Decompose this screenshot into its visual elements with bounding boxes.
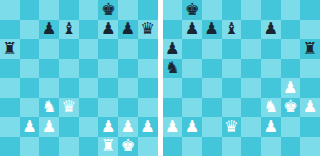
square-b7: [20, 20, 40, 40]
square-a6: ♜: [0, 39, 20, 59]
square-b1: [182, 137, 202, 157]
square-d7: ♝: [222, 20, 242, 40]
black-pawn-piece: ♟: [101, 21, 116, 38]
square-a8: [0, 0, 20, 20]
black-king-piece: ♚: [185, 1, 200, 18]
white-knight-piece: ♞: [42, 99, 57, 116]
white-pawn-piece: ♟: [22, 118, 37, 135]
square-e2: [79, 117, 99, 137]
square-h3: ♟: [300, 98, 320, 118]
white-pawn-piece: ♟: [165, 118, 180, 135]
white-queen-piece: ♛: [224, 118, 239, 135]
square-e8: [241, 0, 261, 20]
square-g8: [118, 0, 138, 20]
black-rook-piece: ♜: [2, 40, 17, 57]
square-d3: [222, 98, 242, 118]
chess-board-right[interactable]: ♚♟♟♝♟♟♜♞♟♞♚♟♟♟♛♟: [163, 0, 320, 156]
square-c5: [202, 59, 222, 79]
square-a3: [163, 98, 183, 118]
square-f7: ♟: [261, 20, 281, 40]
square-e1: [241, 137, 261, 157]
black-knight-piece: ♞: [165, 60, 180, 77]
square-a4: [163, 78, 183, 98]
square-b5: [182, 59, 202, 79]
square-e1: [79, 137, 99, 157]
square-a2: [0, 117, 20, 137]
white-pawn-piece: ♟: [121, 118, 136, 135]
square-f2: ♟: [98, 117, 118, 137]
white-rook-piece: ♜: [101, 138, 116, 155]
square-f7: ♟: [98, 20, 118, 40]
square-g5: [118, 59, 138, 79]
square-c2: [202, 117, 222, 137]
square-g2: [281, 117, 301, 137]
black-pawn-piece: ♟: [185, 21, 200, 38]
black-queen-piece: ♛: [140, 21, 155, 38]
white-king-piece: ♚: [283, 99, 298, 116]
square-d4: [59, 78, 79, 98]
square-c7: ♟: [202, 20, 222, 40]
square-b2: ♟: [182, 117, 202, 137]
square-f5: [261, 59, 281, 79]
square-c6: [202, 39, 222, 59]
square-d2: ♛: [222, 117, 242, 137]
square-b4: [20, 78, 40, 98]
square-e3: [241, 98, 261, 118]
square-d5: [59, 59, 79, 79]
white-pawn-piece: ♟: [185, 118, 200, 135]
square-d5: [222, 59, 242, 79]
square-f1: [261, 137, 281, 157]
square-g6: [118, 39, 138, 59]
square-g1: [281, 137, 301, 157]
square-f6: [261, 39, 281, 59]
square-d2: [59, 117, 79, 137]
white-king-piece: ♚: [121, 138, 136, 155]
chess-boards-container: ♚♟♝♟♟♛♜♞♛♟♟♟♟♟♜♚ ♚♟♟♝♟♟♜♞♟♞♚♟♟♟♛♟: [0, 0, 320, 156]
square-e8: [79, 0, 99, 20]
square-b7: ♟: [182, 20, 202, 40]
square-g1: ♚: [118, 137, 138, 157]
square-d8: [59, 0, 79, 20]
square-g4: [118, 78, 138, 98]
black-rook-piece: ♜: [303, 40, 318, 57]
square-h5: [138, 59, 158, 79]
square-b5: [20, 59, 40, 79]
black-pawn-piece: ♟: [121, 21, 136, 38]
white-pawn-piece: ♟: [263, 118, 278, 135]
square-c8: [39, 0, 59, 20]
square-g2: ♟: [118, 117, 138, 137]
square-f1: ♜: [98, 137, 118, 157]
square-a2: ♟: [163, 117, 183, 137]
square-f6: [98, 39, 118, 59]
chess-board-left[interactable]: ♚♟♝♟♟♛♜♞♛♟♟♟♟♟♜♚: [0, 0, 158, 156]
square-c5: [39, 59, 59, 79]
black-bishop-piece: ♝: [62, 21, 77, 38]
square-c1: [202, 137, 222, 157]
square-g6: [281, 39, 301, 59]
square-e2: [241, 117, 261, 137]
square-b3: [20, 98, 40, 118]
square-b1: [20, 137, 40, 157]
black-pawn-piece: ♟: [42, 21, 57, 38]
square-b8: [20, 0, 40, 20]
square-e3: [79, 98, 99, 118]
square-b8: ♚: [182, 0, 202, 20]
square-f5: [98, 59, 118, 79]
square-f3: [98, 98, 118, 118]
square-c2: ♟: [39, 117, 59, 137]
square-e7: [79, 20, 99, 40]
white-queen-piece: ♛: [62, 99, 77, 116]
white-pawn-piece: ♟: [101, 118, 116, 135]
square-e6: [241, 39, 261, 59]
black-pawn-piece: ♟: [165, 40, 180, 57]
square-d4: [222, 78, 242, 98]
square-h1: [138, 137, 158, 157]
square-e7: [241, 20, 261, 40]
square-e5: [79, 59, 99, 79]
white-pawn-piece: ♟: [303, 99, 318, 116]
square-b4: [182, 78, 202, 98]
square-h4: [300, 78, 320, 98]
square-h8: [300, 0, 320, 20]
square-c7: ♟: [39, 20, 59, 40]
square-b6: [182, 39, 202, 59]
square-h7: ♛: [138, 20, 158, 40]
square-g3: ♚: [281, 98, 301, 118]
square-d8: [222, 0, 242, 20]
square-a5: ♞: [163, 59, 183, 79]
square-g7: ♟: [118, 20, 138, 40]
white-knight-piece: ♞: [263, 99, 278, 116]
square-c8: [202, 0, 222, 20]
square-h2: ♟: [138, 117, 158, 137]
black-king-piece: ♚: [101, 1, 116, 18]
square-c4: [39, 78, 59, 98]
square-c4: [202, 78, 222, 98]
square-e6: [79, 39, 99, 59]
square-d6: [222, 39, 242, 59]
square-h4: [138, 78, 158, 98]
square-b3: [182, 98, 202, 118]
square-a1: [163, 137, 183, 157]
square-h8: [138, 0, 158, 20]
square-c3: ♞: [39, 98, 59, 118]
white-pawn-piece: ♟: [42, 118, 57, 135]
square-h3: [138, 98, 158, 118]
square-h7: [300, 20, 320, 40]
square-f4: [98, 78, 118, 98]
square-e4: [79, 78, 99, 98]
square-h6: ♜: [300, 39, 320, 59]
square-a3: [0, 98, 20, 118]
black-pawn-piece: ♟: [204, 21, 219, 38]
square-e5: [241, 59, 261, 79]
square-e4: [241, 78, 261, 98]
square-d3: ♛: [59, 98, 79, 118]
square-b2: ♟: [20, 117, 40, 137]
square-h1: [300, 137, 320, 157]
square-a5: [0, 59, 20, 79]
square-g3: [118, 98, 138, 118]
square-a6: ♟: [163, 39, 183, 59]
square-d1: [222, 137, 242, 157]
white-pawn-piece: ♟: [283, 79, 298, 96]
square-g5: [281, 59, 301, 79]
square-a7: [0, 20, 20, 40]
black-bishop-piece: ♝: [224, 21, 239, 38]
square-c6: [39, 39, 59, 59]
square-f8: [261, 0, 281, 20]
square-g4: ♟: [281, 78, 301, 98]
square-f3: ♞: [261, 98, 281, 118]
square-f2: ♟: [261, 117, 281, 137]
square-a8: [163, 0, 183, 20]
square-g7: [281, 20, 301, 40]
square-c1: [39, 137, 59, 157]
square-f4: [261, 78, 281, 98]
square-d7: ♝: [59, 20, 79, 40]
black-pawn-piece: ♟: [263, 21, 278, 38]
square-a4: [0, 78, 20, 98]
square-b6: [20, 39, 40, 59]
white-pawn-piece: ♟: [140, 118, 155, 135]
square-d6: [59, 39, 79, 59]
square-h2: [300, 117, 320, 137]
square-g8: [281, 0, 301, 20]
square-d1: [59, 137, 79, 157]
square-f8: ♚: [98, 0, 118, 20]
square-h6: [138, 39, 158, 59]
square-a1: [0, 137, 20, 157]
square-c3: [202, 98, 222, 118]
square-a7: [163, 20, 183, 40]
square-h5: [300, 59, 320, 79]
